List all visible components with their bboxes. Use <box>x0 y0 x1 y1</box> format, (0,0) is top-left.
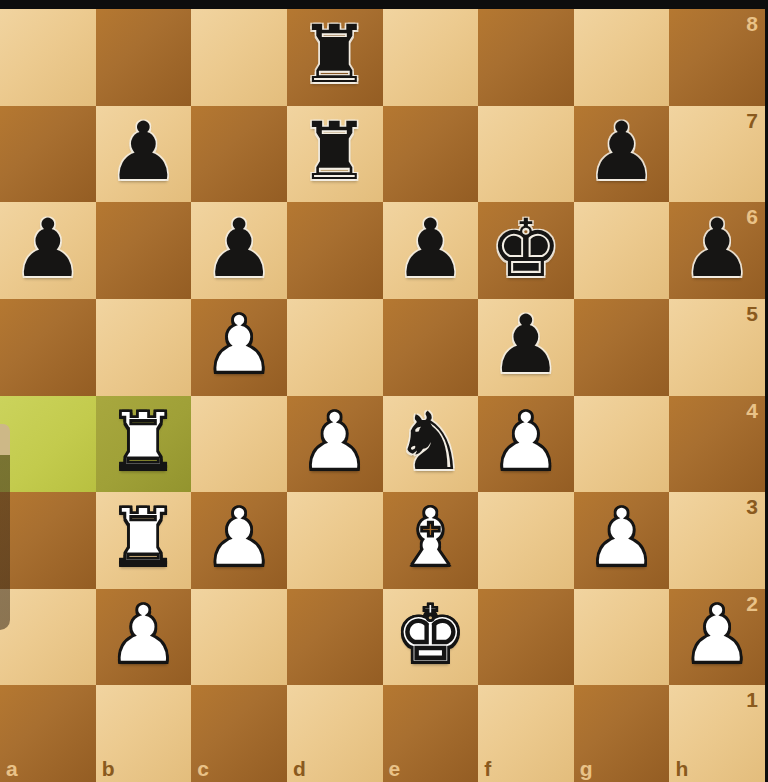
rank-label-7: 7 <box>746 110 758 131</box>
square-g7[interactable]: ♟ <box>574 106 670 203</box>
top-frame-bar <box>0 0 768 9</box>
square-e6[interactable]: ♟ <box>383 202 479 299</box>
file-label-d: d <box>293 758 306 779</box>
square-a2[interactable] <box>0 589 96 686</box>
square-d2[interactable] <box>287 589 383 686</box>
square-b4[interactable]: ♜ <box>96 396 192 493</box>
square-h8[interactable]: 8 <box>669 9 765 106</box>
square-f6[interactable]: ♚ <box>478 202 574 299</box>
square-c3[interactable]: ♟ <box>191 492 287 589</box>
square-e8[interactable] <box>383 9 479 106</box>
square-g6[interactable] <box>574 202 670 299</box>
chess-board: ♜8♟♜♟7♟♟♟♚♟6♟♟5♜♟♞♟4♜♟♝♟3♟♚♟2abcdefg1h <box>0 9 765 782</box>
white-pawn[interactable]: ♟ <box>299 402 371 482</box>
square-a1[interactable]: a <box>0 685 96 782</box>
square-a3[interactable] <box>0 492 96 589</box>
square-c2[interactable] <box>191 589 287 686</box>
square-h7[interactable]: 7 <box>669 106 765 203</box>
square-f1[interactable]: f <box>478 685 574 782</box>
square-g5[interactable] <box>574 299 670 396</box>
square-a8[interactable] <box>0 9 96 106</box>
square-a7[interactable] <box>0 106 96 203</box>
black-king[interactable]: ♚ <box>490 209 562 289</box>
square-d6[interactable] <box>287 202 383 299</box>
white-pawn[interactable]: ♟ <box>490 402 562 482</box>
white-bishop[interactable]: ♝ <box>394 498 466 578</box>
square-b3[interactable]: ♜ <box>96 492 192 589</box>
square-e3[interactable]: ♝ <box>383 492 479 589</box>
white-pawn[interactable]: ♟ <box>108 595 180 675</box>
square-d8[interactable]: ♜ <box>287 9 383 106</box>
square-f7[interactable] <box>478 106 574 203</box>
square-b1[interactable]: b <box>96 685 192 782</box>
square-e4[interactable]: ♞ <box>383 396 479 493</box>
black-pawn[interactable]: ♟ <box>586 112 658 192</box>
square-f5[interactable]: ♟ <box>478 299 574 396</box>
square-c8[interactable] <box>191 9 287 106</box>
square-c7[interactable] <box>191 106 287 203</box>
square-g2[interactable] <box>574 589 670 686</box>
square-b7[interactable]: ♟ <box>96 106 192 203</box>
file-label-c: c <box>197 758 209 779</box>
square-g1[interactable]: g <box>574 685 670 782</box>
square-h4[interactable]: 4 <box>669 396 765 493</box>
black-rook[interactable]: ♜ <box>299 112 371 192</box>
black-rook[interactable]: ♜ <box>299 15 371 95</box>
square-b6[interactable] <box>96 202 192 299</box>
file-label-g: g <box>580 758 593 779</box>
square-h1[interactable]: 1h <box>669 685 765 782</box>
square-f4[interactable]: ♟ <box>478 396 574 493</box>
black-pawn[interactable]: ♟ <box>490 305 562 385</box>
square-c4[interactable] <box>191 396 287 493</box>
white-pawn[interactable]: ♟ <box>586 498 658 578</box>
file-label-h: h <box>675 758 688 779</box>
square-d5[interactable] <box>287 299 383 396</box>
black-pawn[interactable]: ♟ <box>12 209 84 289</box>
square-h6[interactable]: ♟6 <box>669 202 765 299</box>
white-pawn[interactable]: ♟ <box>203 305 275 385</box>
square-e7[interactable] <box>383 106 479 203</box>
file-label-b: b <box>102 758 115 779</box>
black-pawn[interactable]: ♟ <box>203 209 275 289</box>
square-a6[interactable]: ♟ <box>0 202 96 299</box>
square-d1[interactable]: d <box>287 685 383 782</box>
square-f3[interactable] <box>478 492 574 589</box>
white-rook[interactable]: ♜ <box>108 498 180 578</box>
rank-label-8: 8 <box>746 13 758 34</box>
white-rook[interactable]: ♜ <box>108 402 180 482</box>
rank-label-2: 2 <box>746 593 758 614</box>
square-b5[interactable] <box>96 299 192 396</box>
square-b2[interactable]: ♟ <box>96 589 192 686</box>
square-h3[interactable]: 3 <box>669 492 765 589</box>
square-d7[interactable]: ♜ <box>287 106 383 203</box>
square-c5[interactable]: ♟ <box>191 299 287 396</box>
square-e1[interactable]: e <box>383 685 479 782</box>
square-c6[interactable]: ♟ <box>191 202 287 299</box>
square-b8[interactable] <box>96 9 192 106</box>
square-d3[interactable] <box>287 492 383 589</box>
white-king[interactable]: ♚ <box>394 595 466 675</box>
black-knight[interactable]: ♞ <box>394 402 466 482</box>
rank-label-1: 1 <box>746 689 758 710</box>
square-g4[interactable] <box>574 396 670 493</box>
square-h5[interactable]: 5 <box>669 299 765 396</box>
square-e5[interactable] <box>383 299 479 396</box>
white-pawn[interactable]: ♟ <box>681 595 753 675</box>
square-f2[interactable] <box>478 589 574 686</box>
black-pawn[interactable]: ♟ <box>394 209 466 289</box>
file-label-e: e <box>389 758 401 779</box>
rank-label-5: 5 <box>746 303 758 324</box>
square-a5[interactable] <box>0 299 96 396</box>
square-g3[interactable]: ♟ <box>574 492 670 589</box>
rank-label-3: 3 <box>746 496 758 517</box>
rank-label-6: 6 <box>746 206 758 227</box>
rank-label-4: 4 <box>746 400 758 421</box>
file-label-f: f <box>484 758 491 779</box>
square-d4[interactable]: ♟ <box>287 396 383 493</box>
square-c1[interactable]: c <box>191 685 287 782</box>
square-g8[interactable] <box>574 9 670 106</box>
black-pawn[interactable]: ♟ <box>108 112 180 192</box>
square-a4[interactable] <box>0 396 96 493</box>
square-f8[interactable] <box>478 9 574 106</box>
square-e2[interactable]: ♚ <box>383 589 479 686</box>
file-label-a: a <box>6 758 18 779</box>
square-h2[interactable]: ♟2 <box>669 589 765 686</box>
white-pawn[interactable]: ♟ <box>203 498 275 578</box>
black-pawn[interactable]: ♟ <box>681 209 753 289</box>
